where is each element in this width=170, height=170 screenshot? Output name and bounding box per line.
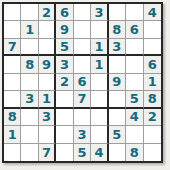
cell-r2c5[interactable]	[74, 21, 91, 38]
cell-r8c9[interactable]	[144, 126, 161, 143]
cell-r6c7[interactable]	[109, 91, 126, 108]
cell-r5c9[interactable]: 1	[144, 74, 161, 91]
cell-r6c3[interactable]: 1	[39, 91, 56, 108]
cell-r9c1[interactable]	[4, 144, 21, 161]
cell-r5c7[interactable]: 9	[109, 74, 126, 91]
cell-r1c6[interactable]: 3	[91, 4, 108, 21]
cell-r2c7[interactable]: 8	[109, 21, 126, 38]
cell-r3c5[interactable]	[74, 39, 91, 56]
cell-r3c8[interactable]	[126, 39, 143, 56]
cell-r4c7[interactable]	[109, 56, 126, 73]
cell-r6c5[interactable]: 7	[74, 91, 91, 108]
sudoku-board: 2634198675138931626913175883421357548	[2, 2, 163, 163]
cell-r7c6[interactable]	[91, 109, 108, 126]
cell-r8c2[interactable]	[21, 126, 38, 143]
cell-r5c2[interactable]	[21, 74, 38, 91]
cell-r7c8[interactable]: 4	[126, 109, 143, 126]
cell-r2c1[interactable]	[4, 21, 21, 38]
cell-r3c6[interactable]: 1	[91, 39, 108, 56]
cell-r9c8[interactable]: 8	[126, 144, 143, 161]
cell-r7c1[interactable]: 8	[4, 109, 21, 126]
cell-r3c4[interactable]: 5	[56, 39, 73, 56]
cell-r1c5[interactable]	[74, 4, 91, 21]
cell-r1c7[interactable]	[109, 4, 126, 21]
cell-r6c4[interactable]	[56, 91, 73, 108]
cell-r3c9[interactable]	[144, 39, 161, 56]
cell-r4c8[interactable]	[126, 56, 143, 73]
cell-r8c5[interactable]: 3	[74, 126, 91, 143]
cell-r2c8[interactable]: 6	[126, 21, 143, 38]
cell-r2c3[interactable]	[39, 21, 56, 38]
cell-r4c2[interactable]: 8	[21, 56, 38, 73]
cell-r9c3[interactable]: 7	[39, 144, 56, 161]
cell-r4c9[interactable]: 6	[144, 56, 161, 73]
cell-r7c3[interactable]: 3	[39, 109, 56, 126]
cell-r2c2[interactable]: 1	[21, 21, 38, 38]
cell-r8c8[interactable]	[126, 126, 143, 143]
cell-r5c8[interactable]	[126, 74, 143, 91]
cell-r9c9[interactable]	[144, 144, 161, 161]
cell-r1c8[interactable]	[126, 4, 143, 21]
cell-r8c7[interactable]: 5	[109, 126, 126, 143]
cell-r1c1[interactable]	[4, 4, 21, 21]
cell-r8c6[interactable]	[91, 126, 108, 143]
cell-r3c7[interactable]: 3	[109, 39, 126, 56]
cell-r7c2[interactable]	[21, 109, 38, 126]
cell-r6c8[interactable]: 5	[126, 91, 143, 108]
cell-r8c4[interactable]	[56, 126, 73, 143]
cell-r9c6[interactable]: 4	[91, 144, 108, 161]
cell-r4c5[interactable]	[74, 56, 91, 73]
cell-r4c4[interactable]: 3	[56, 56, 73, 73]
cell-r8c1[interactable]: 1	[4, 126, 21, 143]
cell-r5c3[interactable]	[39, 74, 56, 91]
cell-r7c7[interactable]	[109, 109, 126, 126]
cell-r7c9[interactable]: 2	[144, 109, 161, 126]
cell-r1c3[interactable]: 2	[39, 4, 56, 21]
cell-r6c1[interactable]	[4, 91, 21, 108]
cell-r4c1[interactable]	[4, 56, 21, 73]
cell-r5c4[interactable]: 2	[56, 74, 73, 91]
cell-r4c6[interactable]: 1	[91, 56, 108, 73]
cell-r1c2[interactable]	[21, 4, 38, 21]
cell-r9c7[interactable]	[109, 144, 126, 161]
cell-r2c9[interactable]	[144, 21, 161, 38]
cell-r2c6[interactable]	[91, 21, 108, 38]
cell-r5c6[interactable]	[91, 74, 108, 91]
cell-r1c4[interactable]: 6	[56, 4, 73, 21]
cell-r3c1[interactable]: 7	[4, 39, 21, 56]
cell-r7c5[interactable]	[74, 109, 91, 126]
cell-r6c9[interactable]: 8	[144, 91, 161, 108]
cell-r7c4[interactable]	[56, 109, 73, 126]
cell-r1c9[interactable]: 4	[144, 4, 161, 21]
cell-r3c3[interactable]	[39, 39, 56, 56]
cell-r5c1[interactable]	[4, 74, 21, 91]
cell-r5c5[interactable]: 6	[74, 74, 91, 91]
cell-r6c2[interactable]: 3	[21, 91, 38, 108]
cell-r9c4[interactable]	[56, 144, 73, 161]
cell-r9c5[interactable]: 5	[74, 144, 91, 161]
cell-r6c6[interactable]	[91, 91, 108, 108]
cell-r8c3[interactable]	[39, 126, 56, 143]
cell-r2c4[interactable]: 9	[56, 21, 73, 38]
cell-r4c3[interactable]: 9	[39, 56, 56, 73]
cell-r3c2[interactable]	[21, 39, 38, 56]
cell-r9c2[interactable]	[21, 144, 38, 161]
